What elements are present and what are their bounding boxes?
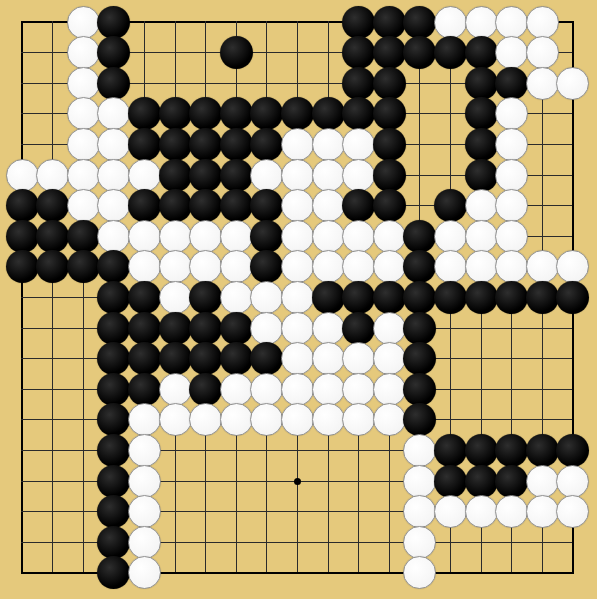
black-stone [189,128,222,161]
black-stone [250,128,283,161]
star-point [294,478,301,485]
white-stone [465,495,498,528]
black-stone [342,189,375,222]
black-stone [36,250,69,283]
black-stone [128,189,161,222]
white-stone [465,189,498,222]
black-stone [97,36,130,69]
black-stone [465,67,498,100]
black-stone [220,342,253,375]
white-stone [434,6,467,39]
black-stone [159,342,192,375]
white-stone [373,373,406,406]
white-stone [67,97,100,130]
white-stone [312,220,345,253]
black-stone [97,6,130,39]
white-stone [495,6,528,39]
black-stone [220,312,253,345]
black-stone [97,556,130,589]
black-stone [97,526,130,559]
white-stone [281,312,314,345]
black-stone [465,465,498,498]
black-stone [250,250,283,283]
black-stone [6,189,39,222]
black-stone [403,373,436,406]
black-stone [128,312,161,345]
black-stone [434,281,467,314]
black-stone [128,342,161,375]
white-stone [128,403,161,436]
black-stone [67,220,100,253]
black-stone [159,128,192,161]
black-stone [97,403,130,436]
black-stone [189,281,222,314]
black-stone [97,281,130,314]
black-stone [434,189,467,222]
black-stone [465,97,498,130]
black-stone [189,342,222,375]
black-stone [189,159,222,192]
white-stone [281,373,314,406]
white-stone [373,312,406,345]
white-stone [281,281,314,314]
white-stone [250,373,283,406]
black-stone [159,189,192,222]
black-stone [128,373,161,406]
white-stone [220,373,253,406]
black-stone [312,281,345,314]
black-stone [373,36,406,69]
white-stone [403,526,436,559]
white-stone [556,465,589,498]
white-stone [495,250,528,283]
black-stone [312,97,345,130]
white-stone [465,250,498,283]
white-stone [556,250,589,283]
white-stone [495,220,528,253]
white-stone [220,281,253,314]
black-stone [281,97,314,130]
black-stone [6,250,39,283]
black-stone [403,312,436,345]
black-stone [250,189,283,222]
white-stone [373,403,406,436]
black-stone [403,250,436,283]
black-stone [434,36,467,69]
white-stone [495,128,528,161]
black-stone [189,312,222,345]
black-stone [403,281,436,314]
black-stone [403,220,436,253]
black-stone [434,434,467,467]
white-stone [526,465,559,498]
white-stone [250,312,283,345]
black-stone [465,128,498,161]
white-stone [434,220,467,253]
black-stone [128,281,161,314]
white-stone [342,250,375,283]
black-stone [342,281,375,314]
black-stone [556,281,589,314]
white-stone [312,250,345,283]
black-stone [220,159,253,192]
black-stone [373,6,406,39]
white-stone [556,495,589,528]
black-stone [342,312,375,345]
white-stone [465,6,498,39]
white-stone [312,128,345,161]
black-stone [373,159,406,192]
white-stone [342,403,375,436]
black-stone [97,373,130,406]
white-stone [312,159,345,192]
white-stone [159,250,192,283]
white-stone [495,189,528,222]
white-stone [67,128,100,161]
white-stone [97,97,130,130]
black-stone [97,250,130,283]
white-stone [465,220,498,253]
white-stone [128,250,161,283]
white-stone [281,128,314,161]
white-stone [403,556,436,589]
white-stone [373,342,406,375]
black-stone [36,189,69,222]
black-stone [373,97,406,130]
black-stone [495,281,528,314]
black-stone [403,6,436,39]
black-stone [159,97,192,130]
white-stone [281,250,314,283]
white-stone [159,373,192,406]
black-stone [189,373,222,406]
black-stone [526,434,559,467]
white-stone [342,373,375,406]
black-stone [373,128,406,161]
white-stone [526,67,559,100]
white-stone [250,403,283,436]
white-stone [281,189,314,222]
white-stone [312,373,345,406]
white-stone [281,159,314,192]
white-stone [495,36,528,69]
white-stone [526,6,559,39]
white-stone [67,36,100,69]
black-stone [250,97,283,130]
white-stone [281,342,314,375]
black-stone [97,342,130,375]
go-board[interactable] [0,0,597,599]
black-stone [189,189,222,222]
white-stone [403,465,436,498]
white-stone [281,220,314,253]
black-stone [526,281,559,314]
white-stone [189,250,222,283]
black-stone [556,434,589,467]
black-stone [128,97,161,130]
black-stone [220,97,253,130]
black-stone [342,67,375,100]
black-stone [495,434,528,467]
white-stone [128,556,161,589]
white-stone [97,189,130,222]
white-stone [128,220,161,253]
black-stone [495,465,528,498]
black-stone [6,220,39,253]
white-stone [373,220,406,253]
white-stone [434,250,467,283]
white-stone [495,495,528,528]
white-stone [36,159,69,192]
white-stone [312,403,345,436]
white-stone [97,128,130,161]
white-stone [342,128,375,161]
white-stone [495,97,528,130]
white-stone [189,220,222,253]
white-stone [526,250,559,283]
black-stone [403,403,436,436]
black-stone [97,434,130,467]
black-stone [373,189,406,222]
black-stone [250,220,283,253]
white-stone [495,159,528,192]
black-stone [465,434,498,467]
white-stone [373,250,406,283]
white-stone [556,67,589,100]
white-stone [97,220,130,253]
black-stone [97,495,130,528]
black-stone [36,220,69,253]
black-stone [465,159,498,192]
white-stone [67,189,100,222]
white-stone [159,281,192,314]
black-stone [373,67,406,100]
white-stone [434,495,467,528]
white-stone [312,342,345,375]
white-stone [128,495,161,528]
white-stone [128,465,161,498]
white-stone [159,403,192,436]
black-stone [159,159,192,192]
white-stone [250,159,283,192]
white-stone [67,67,100,100]
black-stone [220,189,253,222]
white-stone [281,403,314,436]
black-stone [97,465,130,498]
black-stone [128,128,161,161]
white-stone [342,159,375,192]
white-stone [189,403,222,436]
white-stone [220,250,253,283]
white-stone [220,220,253,253]
white-stone [159,220,192,253]
white-stone [342,220,375,253]
white-stone [128,159,161,192]
black-stone [189,97,222,130]
black-stone [403,342,436,375]
white-stone [312,312,345,345]
white-stone [250,281,283,314]
black-stone [97,312,130,345]
black-stone [67,250,100,283]
white-stone [220,403,253,436]
white-stone [128,434,161,467]
black-stone [97,67,130,100]
white-stone [526,36,559,69]
black-stone [342,97,375,130]
white-stone [312,189,345,222]
black-stone [434,465,467,498]
black-stone [342,36,375,69]
white-stone [67,6,100,39]
white-stone [526,495,559,528]
black-stone [495,67,528,100]
white-stone [128,526,161,559]
black-stone [159,312,192,345]
white-stone [403,495,436,528]
white-stone [403,434,436,467]
black-stone [403,36,436,69]
black-stone [342,6,375,39]
white-stone [67,159,100,192]
white-stone [342,342,375,375]
white-stone [97,159,130,192]
black-stone [465,281,498,314]
black-stone [465,36,498,69]
white-stone [6,159,39,192]
black-stone [373,281,406,314]
black-stone [250,342,283,375]
black-stone [220,128,253,161]
black-stone [220,36,253,69]
